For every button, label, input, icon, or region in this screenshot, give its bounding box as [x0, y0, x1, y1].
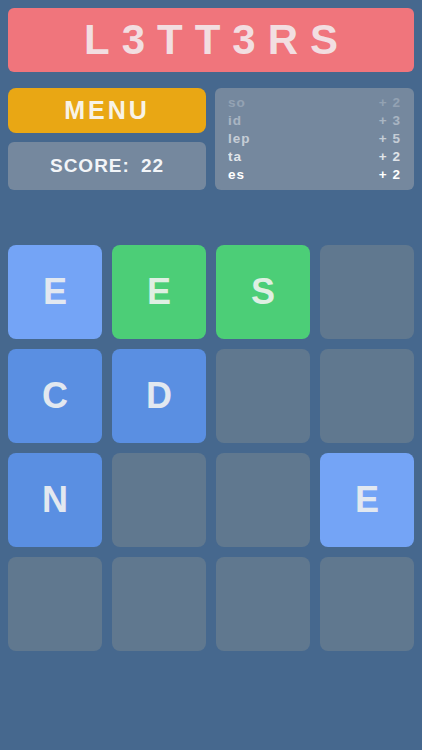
tile-empty-6[interactable]	[216, 349, 310, 443]
tile-e-1[interactable]: E	[112, 245, 206, 339]
tile-empty-15[interactable]	[320, 557, 414, 651]
tile-empty-13[interactable]	[112, 557, 206, 651]
word-text: es	[228, 168, 245, 182]
tile-empty-10[interactable]	[216, 453, 310, 547]
tile-n-8[interactable]: N	[8, 453, 102, 547]
tile-s-2[interactable]: S	[216, 245, 310, 339]
app: L3TT3RS MENU SCORE: 22 so+ 2id+ 3lep+ 5t…	[0, 0, 422, 750]
tile-e-0[interactable]: E	[8, 245, 102, 339]
word-points: + 3	[379, 114, 401, 128]
word-row: ta+ 2	[215, 150, 414, 164]
score-value: 22	[141, 155, 164, 177]
word-points: + 2	[379, 96, 401, 110]
letter-grid: EESCDNE	[8, 245, 414, 651]
tile-empty-7[interactable]	[320, 349, 414, 443]
word-points: + 2	[379, 150, 401, 164]
app-title-banner: L3TT3RS	[8, 8, 414, 72]
word-text: lep	[228, 132, 251, 146]
score-label: SCORE:	[50, 155, 130, 177]
menu-button[interactable]: MENU	[8, 88, 206, 133]
tile-empty-14[interactable]	[216, 557, 310, 651]
tile-c-4[interactable]: C	[8, 349, 102, 443]
tile-e-11[interactable]: E	[320, 453, 414, 547]
tile-empty-9[interactable]	[112, 453, 206, 547]
word-row: so+ 2	[215, 96, 414, 110]
word-text: so	[228, 96, 246, 110]
score-panel: SCORE: 22	[8, 142, 206, 190]
word-points: + 2	[379, 168, 401, 182]
tile-empty-3[interactable]	[320, 245, 414, 339]
word-row: es+ 2	[215, 168, 414, 182]
word-text: id	[228, 114, 242, 128]
page-title: L3TT3RS	[72, 16, 350, 64]
tile-empty-12[interactable]	[8, 557, 102, 651]
word-list-panel: so+ 2id+ 3lep+ 5ta+ 2es+ 2	[215, 88, 414, 190]
tile-d-5[interactable]: D	[112, 349, 206, 443]
word-text: ta	[228, 150, 242, 164]
word-points: + 5	[379, 132, 401, 146]
word-row: lep+ 5	[215, 132, 414, 146]
word-row: id+ 3	[215, 114, 414, 128]
